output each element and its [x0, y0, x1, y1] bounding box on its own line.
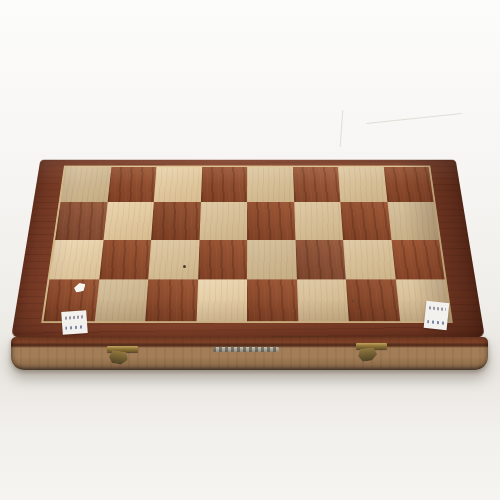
handwriting-scribble: [65, 315, 84, 319]
handwriting-scribble: [429, 306, 446, 311]
dust-speck: [352, 300, 354, 302]
square-r1c4[interactable]: [200, 167, 247, 202]
square-r4c6[interactable]: [296, 279, 348, 321]
square-r3c2[interactable]: [99, 240, 151, 280]
square-r2c6[interactable]: [294, 202, 343, 239]
square-r3c1[interactable]: [49, 240, 103, 280]
square-r4c2[interactable]: [94, 279, 148, 321]
square-r1c3[interactable]: [154, 167, 202, 202]
square-r2c4[interactable]: [199, 202, 247, 239]
square-r1c6[interactable]: [292, 167, 340, 202]
chessboard-grid: [43, 167, 450, 321]
square-r2c5[interactable]: [247, 202, 295, 239]
price-sticker-left: [61, 310, 88, 335]
square-r2c7[interactable]: [340, 202, 391, 239]
square-r1c1[interactable]: [61, 167, 111, 202]
latch-plate: [107, 346, 138, 352]
latch-hook-icon: [357, 347, 377, 362]
square-r3c8[interactable]: [391, 240, 445, 280]
square-r2c8[interactable]: [387, 202, 439, 239]
square-r1c7[interactable]: [338, 167, 387, 202]
backdrop-scratch-vertical: [340, 110, 344, 147]
price-sticker-right: [424, 301, 450, 330]
hinge-strip: [213, 347, 279, 352]
dust-speck: [183, 265, 186, 268]
square-r2c2[interactable]: [103, 202, 154, 239]
square-r1c8[interactable]: [383, 167, 433, 202]
square-r3c4[interactable]: [198, 240, 247, 280]
square-r4c3[interactable]: [145, 279, 197, 321]
frame-inlay-line: [41, 166, 453, 323]
square-r3c5[interactable]: [247, 240, 296, 280]
square-r1c2[interactable]: [107, 167, 156, 202]
square-r3c3[interactable]: [148, 240, 199, 280]
photo-scene: [0, 0, 500, 500]
right-latch-clasp[interactable]: [354, 343, 390, 367]
backdrop-scratch-diagonal: [366, 113, 462, 124]
square-r2c3[interactable]: [151, 202, 200, 239]
square-r4c4[interactable]: [196, 279, 247, 321]
square-r2c1[interactable]: [55, 202, 107, 239]
left-latch-clasp[interactable]: [105, 346, 141, 370]
handwriting-scribble: [65, 325, 84, 329]
box-front-face: [11, 337, 488, 370]
handwriting-scribble: [427, 320, 444, 325]
square-r3c6[interactable]: [295, 240, 346, 280]
square-r4c5[interactable]: [247, 279, 298, 321]
square-r3c7[interactable]: [343, 240, 395, 280]
square-r1c5[interactable]: [247, 167, 294, 202]
